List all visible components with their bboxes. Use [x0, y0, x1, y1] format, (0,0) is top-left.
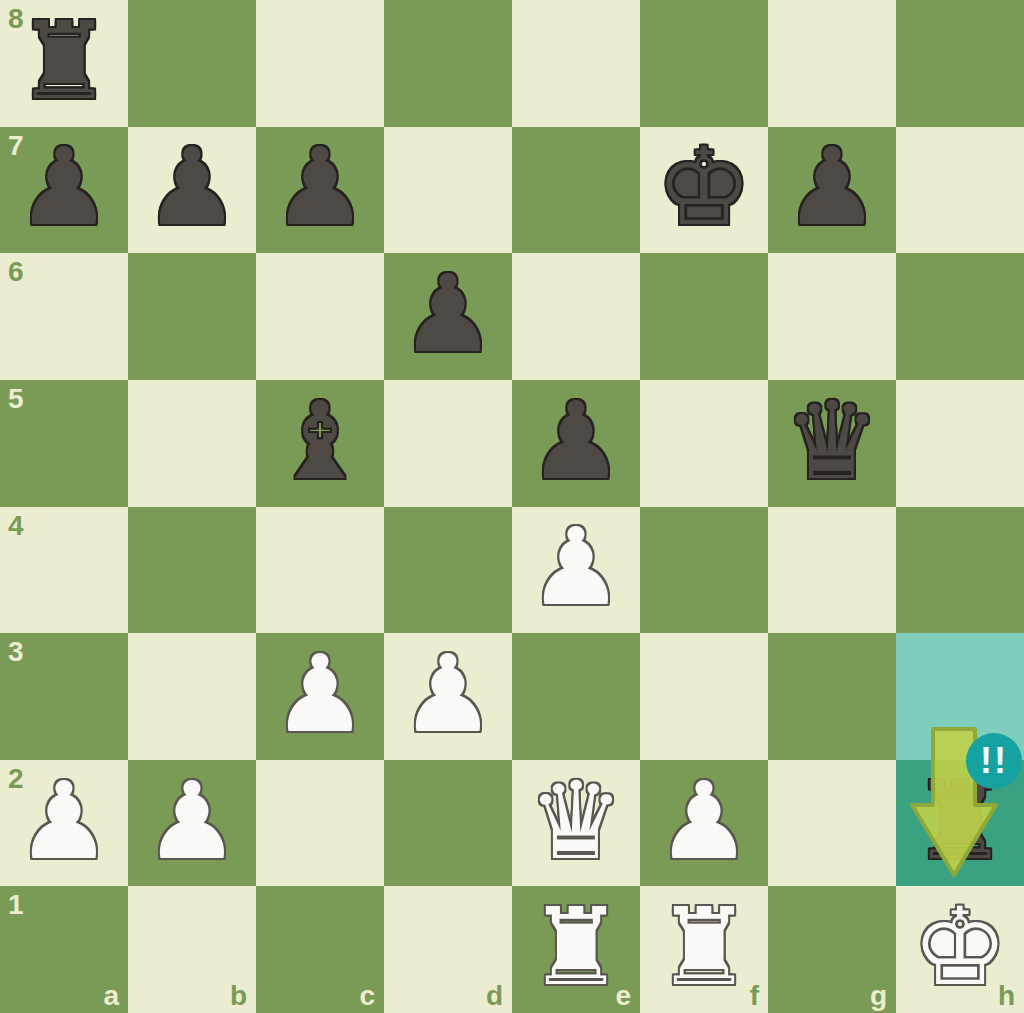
- white-pawn[interactable]: ♟: [528, 514, 624, 621]
- square-d2[interactable]: [384, 760, 512, 887]
- square-g2[interactable]: [768, 760, 896, 887]
- square-h8[interactable]: [896, 0, 1024, 127]
- square-e3[interactable]: [512, 633, 640, 760]
- square-g3[interactable]: [768, 633, 896, 760]
- square-a6[interactable]: 6: [0, 253, 128, 380]
- chess-board-screen: 8♜7♟♟♟♚♟6♟5♝♟♛4♟3♟♟2♟♟♛♟♜1abcde♜f♜gh♚ !!: [0, 0, 1024, 1013]
- rank-label-1: 1: [8, 889, 24, 921]
- white-rook[interactable]: ♜: [656, 894, 752, 1001]
- square-h5[interactable]: [896, 380, 1024, 507]
- square-f3[interactable]: [640, 633, 768, 760]
- square-d5[interactable]: [384, 380, 512, 507]
- white-pawn[interactable]: ♟: [16, 768, 112, 875]
- square-f7[interactable]: ♚: [640, 127, 768, 254]
- black-pawn[interactable]: ♟: [784, 134, 880, 241]
- chess-board: 8♜7♟♟♟♚♟6♟5♝♟♛4♟3♟♟2♟♟♛♟♜1abcde♜f♜gh♚: [0, 0, 1024, 1013]
- square-b6[interactable]: [128, 253, 256, 380]
- white-pawn[interactable]: ♟: [656, 768, 752, 875]
- file-label-d: d: [486, 980, 503, 1012]
- white-pawn[interactable]: ♟: [400, 641, 496, 748]
- rank-label-5: 5: [8, 383, 24, 415]
- square-a4[interactable]: 4: [0, 507, 128, 634]
- square-g7[interactable]: ♟: [768, 127, 896, 254]
- square-a2[interactable]: 2♟: [0, 760, 128, 887]
- white-king[interactable]: ♚: [912, 894, 1008, 1001]
- black-rook[interactable]: ♜: [16, 8, 112, 115]
- square-g8[interactable]: [768, 0, 896, 127]
- black-pawn[interactable]: ♟: [528, 388, 624, 495]
- rank-label-3: 3: [8, 636, 24, 668]
- black-pawn[interactable]: ♟: [400, 261, 496, 368]
- file-label-c: c: [359, 980, 375, 1012]
- square-c6[interactable]: [256, 253, 384, 380]
- black-queen[interactable]: ♛: [784, 388, 880, 495]
- square-f6[interactable]: [640, 253, 768, 380]
- square-c5[interactable]: ♝: [256, 380, 384, 507]
- white-rook[interactable]: ♜: [528, 894, 624, 1001]
- square-c1[interactable]: c: [256, 886, 384, 1013]
- square-g5[interactable]: ♛: [768, 380, 896, 507]
- square-b2[interactable]: ♟: [128, 760, 256, 887]
- rank-label-4: 4: [8, 510, 24, 542]
- square-b5[interactable]: [128, 380, 256, 507]
- square-a5[interactable]: 5: [0, 380, 128, 507]
- square-e2[interactable]: ♛: [512, 760, 640, 887]
- square-c2[interactable]: [256, 760, 384, 887]
- black-pawn[interactable]: ♟: [16, 134, 112, 241]
- white-pawn[interactable]: ♟: [272, 641, 368, 748]
- white-queen[interactable]: ♛: [528, 768, 624, 875]
- square-e4[interactable]: ♟: [512, 507, 640, 634]
- brilliant-move-badge: !!: [966, 733, 1022, 789]
- square-a7[interactable]: 7♟: [0, 127, 128, 254]
- rank-label-6: 6: [8, 256, 24, 288]
- square-a3[interactable]: 3: [0, 633, 128, 760]
- white-pawn[interactable]: ♟: [144, 768, 240, 875]
- square-f4[interactable]: [640, 507, 768, 634]
- square-e6[interactable]: [512, 253, 640, 380]
- black-bishop[interactable]: ♝: [272, 388, 368, 495]
- square-d8[interactable]: [384, 0, 512, 127]
- square-h1[interactable]: h♚: [896, 886, 1024, 1013]
- square-b8[interactable]: [128, 0, 256, 127]
- square-e7[interactable]: [512, 127, 640, 254]
- square-h4[interactable]: [896, 507, 1024, 634]
- black-pawn[interactable]: ♟: [144, 134, 240, 241]
- square-g6[interactable]: [768, 253, 896, 380]
- square-e8[interactable]: [512, 0, 640, 127]
- brilliant-label: !!: [980, 740, 1008, 782]
- file-label-g: g: [870, 980, 887, 1012]
- file-label-b: b: [230, 980, 247, 1012]
- square-a1[interactable]: 1a: [0, 886, 128, 1013]
- square-d7[interactable]: [384, 127, 512, 254]
- square-a8[interactable]: 8♜: [0, 0, 128, 127]
- square-b3[interactable]: [128, 633, 256, 760]
- square-c7[interactable]: ♟: [256, 127, 384, 254]
- square-b1[interactable]: b: [128, 886, 256, 1013]
- square-c8[interactable]: [256, 0, 384, 127]
- square-g1[interactable]: g: [768, 886, 896, 1013]
- square-h6[interactable]: [896, 253, 1024, 380]
- square-b7[interactable]: ♟: [128, 127, 256, 254]
- black-king[interactable]: ♚: [656, 134, 752, 241]
- square-f8[interactable]: [640, 0, 768, 127]
- square-f5[interactable]: [640, 380, 768, 507]
- square-f2[interactable]: ♟: [640, 760, 768, 887]
- square-c3[interactable]: ♟: [256, 633, 384, 760]
- square-e1[interactable]: e♜: [512, 886, 640, 1013]
- square-c4[interactable]: [256, 507, 384, 634]
- file-label-a: a: [103, 980, 119, 1012]
- black-pawn[interactable]: ♟: [272, 134, 368, 241]
- square-d6[interactable]: ♟: [384, 253, 512, 380]
- square-d1[interactable]: d: [384, 886, 512, 1013]
- square-f1[interactable]: f♜: [640, 886, 768, 1013]
- square-d3[interactable]: ♟: [384, 633, 512, 760]
- square-d4[interactable]: [384, 507, 512, 634]
- square-h7[interactable]: [896, 127, 1024, 254]
- square-e5[interactable]: ♟: [512, 380, 640, 507]
- square-g4[interactable]: [768, 507, 896, 634]
- square-b4[interactable]: [128, 507, 256, 634]
